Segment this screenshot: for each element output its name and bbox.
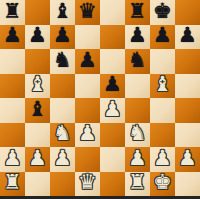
square-d1[interactable]: ♛ [75,172,100,197]
square-f2[interactable]: ♟ [125,147,150,172]
white-pawn[interactable]: ♟ [78,123,97,144]
square-c6[interactable]: ♞ [50,49,75,74]
square-g6[interactable] [150,49,175,74]
square-d2[interactable] [75,147,100,172]
black-pawn[interactable]: ♟ [53,25,72,46]
square-e6[interactable] [100,49,125,74]
white-rook[interactable]: ♜ [3,172,22,193]
square-d7[interactable] [75,25,100,50]
square-f7[interactable]: ♟ [125,25,150,50]
white-king[interactable]: ♚ [153,172,172,193]
black-knight[interactable]: ♞ [53,50,72,71]
square-g3[interactable] [150,123,175,148]
white-pawn[interactable]: ♟ [153,148,172,169]
square-a7[interactable]: ♟ [0,25,25,50]
board-bottom-shadow [0,196,200,199]
square-h1[interactable] [175,172,200,197]
square-e8[interactable] [100,0,125,25]
white-knight[interactable]: ♞ [53,123,72,144]
square-d4[interactable] [75,98,100,123]
square-c2[interactable]: ♟ [50,147,75,172]
white-bishop[interactable]: ♝ [28,74,47,95]
black-bishop[interactable]: ♝ [53,1,72,22]
square-f8[interactable]: ♜ [125,0,150,25]
square-a1[interactable]: ♜ [0,172,25,197]
square-c8[interactable]: ♝ [50,0,75,25]
square-f1[interactable]: ♜ [125,172,150,197]
square-a3[interactable] [0,123,25,148]
square-b8[interactable] [25,0,50,25]
square-f4[interactable] [125,98,150,123]
square-a4[interactable] [0,98,25,123]
black-rook[interactable]: ♜ [128,1,147,22]
black-pawn[interactable]: ♟ [178,25,197,46]
chess-diagram: ♜♝♛♜♚♟♟♟♟♟♟♞♟♞♝♟♝♝♟♞♟♞♟♟♟♟♟♟♜♛♜♚ [0,0,200,199]
white-pawn[interactable]: ♟ [28,148,47,169]
square-c7[interactable]: ♟ [50,25,75,50]
square-e4[interactable]: ♟ [100,98,125,123]
square-c4[interactable] [50,98,75,123]
square-g8[interactable]: ♚ [150,0,175,25]
square-a8[interactable]: ♜ [0,0,25,25]
square-d8[interactable]: ♛ [75,0,100,25]
square-g2[interactable]: ♟ [150,147,175,172]
white-pawn[interactable]: ♟ [103,99,122,120]
black-pawn[interactable]: ♟ [128,25,147,46]
black-king[interactable]: ♚ [153,1,172,22]
white-pawn[interactable]: ♟ [178,148,197,169]
black-rook[interactable]: ♜ [3,1,22,22]
square-g4[interactable] [150,98,175,123]
black-pawn[interactable]: ♟ [28,25,47,46]
square-h7[interactable]: ♟ [175,25,200,50]
black-pawn[interactable]: ♟ [78,50,97,71]
black-pawn[interactable]: ♟ [3,25,22,46]
square-d3[interactable]: ♟ [75,123,100,148]
square-e3[interactable] [100,123,125,148]
square-h8[interactable] [175,0,200,25]
square-g1[interactable]: ♚ [150,172,175,197]
square-h4[interactable] [175,98,200,123]
square-b1[interactable] [25,172,50,197]
white-rook[interactable]: ♜ [128,172,147,193]
black-knight[interactable]: ♞ [128,50,147,71]
square-g7[interactable]: ♟ [150,25,175,50]
square-a5[interactable] [0,74,25,99]
white-queen[interactable]: ♛ [78,172,97,193]
square-h6[interactable] [175,49,200,74]
square-b3[interactable] [25,123,50,148]
white-pawn[interactable]: ♟ [128,148,147,169]
square-b6[interactable] [25,49,50,74]
white-knight[interactable]: ♞ [128,123,147,144]
black-queen[interactable]: ♛ [78,1,97,22]
square-f5[interactable] [125,74,150,99]
square-b2[interactable]: ♟ [25,147,50,172]
black-bishop[interactable]: ♝ [28,99,47,120]
square-b4[interactable]: ♝ [25,98,50,123]
square-c1[interactable] [50,172,75,197]
black-pawn[interactable]: ♟ [103,74,122,95]
white-pawn[interactable]: ♟ [53,148,72,169]
square-f3[interactable]: ♞ [125,123,150,148]
square-c5[interactable] [50,74,75,99]
square-g5[interactable]: ♝ [150,74,175,99]
white-bishop[interactable]: ♝ [153,74,172,95]
square-e7[interactable] [100,25,125,50]
square-h5[interactable] [175,74,200,99]
square-d6[interactable]: ♟ [75,49,100,74]
white-pawn[interactable]: ♟ [3,148,22,169]
square-a2[interactable]: ♟ [0,147,25,172]
square-d5[interactable] [75,74,100,99]
black-pawn[interactable]: ♟ [153,25,172,46]
square-c3[interactable]: ♞ [50,123,75,148]
square-b7[interactable]: ♟ [25,25,50,50]
square-h3[interactable] [175,123,200,148]
chess-board: ♜♝♛♜♚♟♟♟♟♟♟♞♟♞♝♟♝♝♟♞♟♞♟♟♟♟♟♟♜♛♜♚ [0,0,200,196]
square-a6[interactable] [0,49,25,74]
square-e1[interactable] [100,172,125,197]
square-e5[interactable]: ♟ [100,74,125,99]
square-e2[interactable] [100,147,125,172]
square-h2[interactable]: ♟ [175,147,200,172]
square-f6[interactable]: ♞ [125,49,150,74]
square-b5[interactable]: ♝ [25,74,50,99]
